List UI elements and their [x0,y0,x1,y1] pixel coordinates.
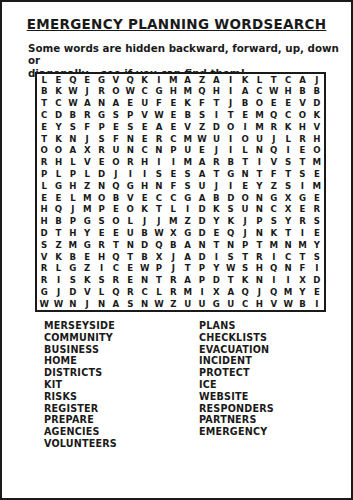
grid-cell: N [281,239,295,251]
grid-cell: I [123,168,137,180]
grid-cell: E [166,109,180,121]
grid-cell: S [123,121,137,133]
grid-cell: I [137,168,151,180]
grid-cell: S [267,216,281,228]
grid-cell: A [66,145,80,157]
grid-cell: B [37,86,51,98]
word-item: HOME [44,355,199,367]
grid-cell: T [238,157,252,169]
word-item: ICE [199,379,274,391]
grid-cell: I [295,180,309,192]
grid-cell: H [51,157,65,169]
grid-cell: E [310,227,324,239]
grid-cell: M [281,286,295,298]
grid-cell: S [94,275,108,287]
grid-cell: E [295,145,309,157]
grid-cell: S [94,216,108,228]
grid-cell: P [195,263,209,275]
grid-cell: E [166,121,180,133]
grid-cell: F [152,98,166,110]
grid-cell: E [51,74,65,86]
grid-cell: M [310,157,324,169]
grid-cell: W [224,263,238,275]
grid-cell: S [295,168,309,180]
grid-cell: V [295,98,309,110]
grid-cell: S [109,109,123,121]
grid-cell: U [123,227,137,239]
grid-cell: O [238,192,252,204]
grid-cell: D [51,109,65,121]
grid-cell: H [310,133,324,145]
instructions-line-1: Some words are hidden backward, forward,… [28,42,339,67]
grid-cell: B [137,227,151,239]
grid-cell: L [51,263,65,275]
grid-cell: T [37,98,51,110]
grid-cell: S [181,168,195,180]
word-item: CHECKLISTS [199,332,274,344]
grid-cell: B [109,192,123,204]
grid-cell: A [181,251,195,263]
grid-cell: R [295,133,309,145]
grid-cell: K [310,109,324,121]
grid-cell: D [195,204,209,216]
grid-cell: I [310,298,324,310]
grid-cell: E [80,251,94,263]
grid-cell: E [51,192,65,204]
grid-cell: N [94,180,108,192]
grid-cell: E [94,157,108,169]
grid-cell: W [152,227,166,239]
grid-cell: P [252,216,266,228]
grid-cell: T [37,133,51,145]
grid-cell: D [310,275,324,287]
grid-cell: I [267,275,281,287]
grid-cell: B [181,109,195,121]
grid-cell: N [252,227,266,239]
grid-cell: X [281,192,295,204]
grid-cell: S [281,157,295,169]
grid-cell: J [166,263,180,275]
grid-cell: E [109,204,123,216]
grid-cell: A [181,74,195,86]
grid-cell: F [80,121,94,133]
grid-cell: J [80,86,94,98]
grid-cell: U [252,133,266,145]
grid-cell: G [37,286,51,298]
grid-cell: V [181,121,195,133]
grid-cell: D [195,216,209,228]
grid-cell: S [66,275,80,287]
grid-cell: F [166,180,180,192]
grid-cell: J [224,98,238,110]
grid-cell: F [267,168,281,180]
grid-cell: J [80,298,94,310]
grid-cell: I [195,286,209,298]
word-item: REGISTER [44,403,199,415]
grid-cell: J [109,168,123,180]
grid-cell: S [37,239,51,251]
grid-cell: Q [152,239,166,251]
grid-cell: M [181,86,195,98]
grid-cell: N [123,145,137,157]
grid-cell: X [166,227,180,239]
grid-cell: R [94,86,108,98]
grid-cell: K [80,275,94,287]
grid-cell: K [137,74,151,86]
grid-cell: R [94,239,108,251]
grid-cell: Q [267,109,281,121]
grid-cell: P [66,216,80,228]
grid-cell: K [181,98,195,110]
grid-cell: G [152,86,166,98]
grid-cell: R [252,251,266,263]
grid-cell: U [181,145,195,157]
grid-cell: L [37,180,51,192]
grid-cell: T [252,239,266,251]
grid-cell: J [238,227,252,239]
grid-cell: L [252,74,266,86]
grid-cell: O [123,204,137,216]
grid-cell: X [209,286,223,298]
grid-cell: R [152,133,166,145]
grid-cell: K [238,74,252,86]
grid-cell: T [109,239,123,251]
grid-cell: Z [80,180,94,192]
grid-cell: N [224,239,238,251]
grid-cell: J [152,216,166,228]
word-list-left-column: MERSEYSIDECOMMUNITYBUSINESSHOMEDISTRICTS… [44,320,199,450]
grid-cell: J [267,133,281,145]
grid-cell: H [209,86,223,98]
grid-cell: B [224,157,238,169]
grid-cell: W [152,109,166,121]
grid-cell: E [295,204,309,216]
word-item: EVACUATION [199,344,274,356]
grid-cell: Q [267,145,281,157]
grid-cell: D [209,275,223,287]
grid-cell: L [123,216,137,228]
word-item: INCIDENT [199,355,274,367]
grid-cell: K [137,204,151,216]
grid-cell: N [66,133,80,145]
word-list-right-column: PLANSCHECKLISTSEVACUATIONINCIDENTPROTECT… [199,320,274,450]
grid-cell: I [94,263,108,275]
grid-cell: Q [267,263,281,275]
grid-cell: O [51,145,65,157]
grid-cell: D [37,227,51,239]
grid-cell: C [281,251,295,263]
grid-cell: F [195,98,209,110]
grid-cell: Q [224,227,238,239]
grid-cell: B [137,251,151,263]
grid-cell: W [137,263,151,275]
grid-cell: P [66,168,80,180]
grid-cell: G [66,263,80,275]
grid-cell: E [80,74,94,86]
grid-cell: S [224,204,238,216]
grid-cell: I [281,275,295,287]
grid-cell: B [166,239,180,251]
grid-cell: V [310,121,324,133]
grid-cell: D [195,227,209,239]
grid-cell: T [152,204,166,216]
grid-cell: T [224,275,238,287]
grid-cell: Q [109,251,123,263]
grid-cell: V [80,157,94,169]
grid-cell: N [252,145,266,157]
grid-cell: R [123,157,137,169]
grid-cell: A [181,275,195,287]
grid-cell: C [281,109,295,121]
grid-cell: G [51,180,65,192]
grid-cell: S [94,133,108,145]
grid-cell: E [166,98,180,110]
grid-cell: O [238,133,252,145]
grid-cell: R [209,157,223,169]
grid-cell: B [238,98,252,110]
grid-cell: J [80,133,94,145]
grid-cell: N [123,239,137,251]
grid-cell: M [295,239,309,251]
grid-cell: H [252,263,266,275]
grid-cell: P [152,263,166,275]
grid-cell: I [209,109,223,121]
grid-cell: O [310,145,324,157]
grid-cell: H [252,298,266,310]
grid-cell: A [238,86,252,98]
grid-cell: T [295,157,309,169]
grid-cell: F [109,133,123,145]
grid-cell: C [137,145,151,157]
grid-cell: R [166,275,180,287]
grid-cell: S [181,180,195,192]
grid-cell: T [295,251,309,263]
word-item: RISKS [44,391,199,403]
word-item: MERSEYSIDE [44,320,199,332]
grid-cell: N [137,298,151,310]
grid-cell: R [123,286,137,298]
grid-cell: P [195,275,209,287]
grid-cell: W [37,298,51,310]
grid-cell: N [137,275,151,287]
grid-cell: I [209,251,223,263]
grid-cell: H [37,216,51,228]
grid-cell: V [267,157,281,169]
grid-cell: E [123,263,137,275]
grid-cell: T [181,263,195,275]
grid-cell: Y [51,121,65,133]
grid-cell: A [80,98,94,110]
grid-cell: I [310,263,324,275]
word-item: PLANS [199,320,274,332]
grid-cell: T [51,227,65,239]
grid-cell: H [66,180,80,192]
grid-cell: E [195,145,209,157]
grid-cell: V [109,74,123,86]
grid-cell: G [80,216,94,228]
grid-cell: R [37,157,51,169]
grid-cell: I [224,145,238,157]
wordsearch-grid: LEQEGVQKIMAZAIKLTCAJBKWJROWCGHMQHIACWHBB… [35,72,326,312]
grid-cell: Z [166,298,180,310]
grid-cell: S [238,263,252,275]
grid-cell: V [37,251,51,263]
page-title: EMERGENCY PLANNING WORDSEARCH [2,16,351,32]
grid-cell: H [66,227,80,239]
grid-cell: E [37,121,51,133]
grid-cell: O [94,192,108,204]
grid-cell: Z [195,74,209,86]
grid-cell: E [109,121,123,133]
grid-cell: W [267,86,281,98]
grid-cell: L [281,133,295,145]
grid-cell: M [166,216,180,228]
word-item: WEBSITE [199,391,274,403]
grid-cell: E [137,192,151,204]
grid-cell: H [94,251,108,263]
grid-cell: H [37,204,51,216]
grid-cell: O [37,145,51,157]
grid-cell: T [152,275,166,287]
grid-cell: E [281,98,295,110]
grid-cell: M [310,180,324,192]
grid-cell: K [51,133,65,145]
grid-cell: E [238,109,252,121]
grid-cell: J [238,216,252,228]
grid-cell: C [267,204,281,216]
grid-cell: A [195,157,209,169]
grid-cell: L [238,145,252,157]
grid-cell: A [195,168,209,180]
word-list: MERSEYSIDECOMMUNITYBUSINESSHOMEDISTRICTS… [2,320,351,450]
grid-cell: K [51,86,65,98]
grid-cell: R [94,145,108,157]
grid-cell: C [152,192,166,204]
grid-cell: C [281,74,295,86]
grid-cell: N [94,298,108,310]
grid-cell: R [80,109,94,121]
grid-cell: B [295,86,309,98]
grid-cell: H [295,121,309,133]
grid-cell: I [224,86,238,98]
grid-cell: F [295,263,309,275]
grid-cell: L [166,204,180,216]
grid-cell: W [51,298,65,310]
grid-cell: M [252,121,266,133]
grid-cell: Y [310,239,324,251]
grid-cell: I [152,74,166,86]
grid-cell: E [123,98,137,110]
grid-cell: E [267,98,281,110]
grid-cell: T [209,239,223,251]
grid-cell: K [238,275,252,287]
grid-cell: U [195,180,209,192]
grid-cell: U [224,298,238,310]
grid-cell: H [137,157,151,169]
grid-cell: L [66,192,80,204]
grid-cell: G [181,227,195,239]
grid-cell: I [152,157,166,169]
grid-cell: G [295,192,309,204]
grid-cell: U [238,204,252,216]
grid-cell: B [51,216,65,228]
grid-cell: S [310,216,324,228]
grid-cell: G [181,192,195,204]
grid-cell: V [123,192,137,204]
grid-cell: R [267,121,281,133]
word-item: COMMUNITY [44,332,199,344]
grid-cell: E [209,227,223,239]
word-item: KIT [44,379,199,391]
grid-cell: Y [295,286,309,298]
grid-cell: E [137,121,151,133]
grid-cell: H [281,86,295,98]
grid-cell: X [281,204,295,216]
grid-cell: E [310,168,324,180]
grid-cell: O [252,98,266,110]
grid-cell: E [109,227,123,239]
grid-cell: I [224,133,238,145]
grid-cell: R [37,275,51,287]
grid-cell: G [94,74,108,86]
grid-cell: P [123,109,137,121]
grid-cell: U [209,133,223,145]
grid-cell: J [209,180,223,192]
grid-cell: D [310,98,324,110]
grid-cell: N [281,263,295,275]
grid-cell: M [181,133,195,145]
grid-cell: H [137,180,151,192]
grid-cell: O [109,157,123,169]
grid-cell: R [166,286,180,298]
grid-cell: I [224,74,238,86]
word-item: BUSINESS [44,344,199,356]
grid-cell: M [80,204,94,216]
grid-cell: S [123,298,137,310]
grid-cell: J [310,74,324,86]
grid-cell: A [295,74,309,86]
grid-cell: R [37,263,51,275]
grid-cell: A [181,239,195,251]
grid-cell: T [209,98,223,110]
grid-cell: C [137,286,151,298]
grid-cell: I [252,157,266,169]
grid-cell: N [94,98,108,110]
grid-cell: A [152,121,166,133]
grid-cell: T [267,74,281,86]
word-item: PROTECT [199,367,274,379]
grid-cell: I [238,121,252,133]
grid-cell: T [123,251,137,263]
grid-cell: T [224,109,238,121]
grid-cell: M [267,239,281,251]
grid-cell: U [195,298,209,310]
grid-cell: M [181,157,195,169]
grid-cell: U [137,98,151,110]
word-item: DISTRICTS [44,367,199,379]
grid-cell: O [109,216,123,228]
grid-cell: I [281,145,295,157]
grid-cell: E [310,286,324,298]
grid-cell: G [224,168,238,180]
grid-cell: A [224,286,238,298]
grid-cell: Q [267,286,281,298]
grid-cell: N [252,204,266,216]
grid-cell: T [281,168,295,180]
grid-cell: N [66,298,80,310]
grid-cell: G [94,109,108,121]
grid-cell: O [224,121,238,133]
